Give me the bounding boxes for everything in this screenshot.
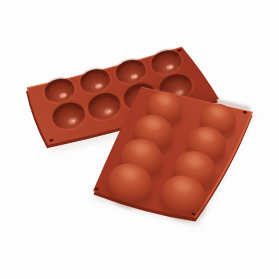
product-photo	[0, 0, 279, 279]
mold-scene	[0, 0, 279, 279]
